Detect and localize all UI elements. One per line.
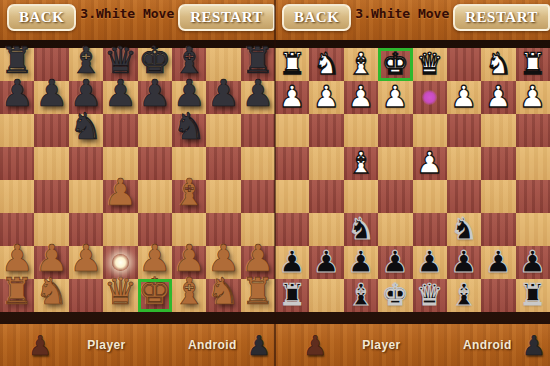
square-b7[interactable]: ♟ [34,81,68,114]
square-g2[interactable]: ♟ [309,81,343,114]
player-label: Player [87,338,125,352]
black-knight[interactable]: ♞ [172,108,205,145]
square-b6[interactable] [481,213,515,246]
square-f1[interactable]: ♝ [344,48,378,81]
square-e6[interactable] [378,213,412,246]
square-g4[interactable] [206,180,240,213]
black-pawn[interactable]: ♟ [485,247,512,277]
square-d4[interactable]: ♟ [103,180,137,213]
toolbar-left: BACK 3.White Move RESTART [0,0,275,40]
screen-divider [274,0,276,366]
black-pawn[interactable]: ♟ [313,247,340,277]
square-g4[interactable] [309,147,343,180]
restart-button[interactable]: RESTART [453,4,550,31]
white-rook[interactable]: ♜ [279,49,306,79]
square-c7[interactable]: ♟ [447,246,481,279]
square-g3[interactable] [309,114,343,147]
square-f2[interactable]: ♟ [344,81,378,114]
player-pawn-icon: ♟ [303,332,327,359]
square-h2[interactable]: ♟ [275,81,309,114]
move-indicator-dot [112,254,129,271]
white-rook[interactable]: ♜ [241,273,274,310]
square-d7[interactable]: ♟ [103,81,137,114]
square-a7[interactable]: ♟ [0,81,34,114]
white-knight[interactable]: ♞ [313,49,340,79]
white-knight[interactable]: ♞ [35,273,68,310]
square-c1[interactable] [447,48,481,81]
chess-board-3d[interactable]: ♜♝♛♚♝♜♟♟♟♟♟♟♟♟♞♞♟♝♟♟♟♟♟♟♟♜♞♛♚♝♞♜ [0,48,275,312]
square-e2[interactable]: ♟ [378,81,412,114]
square-e8[interactable]: ♚ [378,279,412,312]
square-c6[interactable]: ♞ [69,114,103,147]
square-h5[interactable] [275,180,309,213]
white-pawn[interactable]: ♟ [279,82,306,112]
square-d8[interactable]: ♛ [413,279,447,312]
chess-board-2d[interactable]: ♜♞♝♚♛♞♜♟♟♟♟♟♟♟♝♟♞♞♟♟♟♟♟♟♟♟♜♝♚♛♝♜ [275,48,550,312]
white-bishop[interactable]: ♝ [347,148,374,178]
black-pawn[interactable]: ♟ [451,247,478,277]
square-h4[interactable] [275,147,309,180]
statusbar-right: ♟ Player Android ♟ [275,324,550,366]
square-g8[interactable] [309,279,343,312]
android-label: Android [463,338,512,352]
move-indicator-dot [422,90,437,105]
square-f5[interactable] [344,180,378,213]
square-g6[interactable] [309,213,343,246]
square-b3[interactable] [481,114,515,147]
square-a4[interactable] [0,180,34,213]
square-g5[interactable] [206,147,240,180]
white-queen[interactable]: ♛ [416,49,443,79]
square-b5[interactable] [481,180,515,213]
square-c4[interactable] [447,147,481,180]
black-knight[interactable]: ♞ [69,108,102,145]
square-e3[interactable] [378,114,412,147]
square-h7[interactable]: ♟ [241,81,275,114]
android-label: Android [188,338,237,352]
square-b8[interactable] [481,279,515,312]
square-h3[interactable] [275,114,309,147]
square-h6[interactable] [241,114,275,147]
square-b6[interactable] [34,114,68,147]
black-pawn[interactable]: ♟ [416,247,443,277]
square-e6[interactable] [138,114,172,147]
white-pawn[interactable]: ♟ [485,82,512,112]
black-queen[interactable]: ♛ [416,280,443,310]
square-b4[interactable] [34,180,68,213]
square-c4[interactable] [69,180,103,213]
white-pawn[interactable]: ♟ [104,174,137,211]
board-frame-left: ♜♝♛♚♝♜♟♟♟♟♟♟♟♟♞♞♟♝♟♟♟♟♟♟♟♜♞♛♚♝♞♜ [0,40,275,324]
white-bishop[interactable]: ♝ [172,174,205,211]
square-h6[interactable] [275,213,309,246]
square-h8[interactable]: ♜ [275,279,309,312]
square-h7[interactable]: ♟ [275,246,309,279]
square-b2[interactable]: ♟ [481,81,515,114]
android-pawn-icon: ♟ [522,332,546,359]
white-rook[interactable]: ♜ [519,49,546,79]
square-e7[interactable]: ♟ [378,246,412,279]
black-bishop[interactable]: ♝ [347,280,374,310]
square-c2[interactable]: ♟ [447,81,481,114]
square-d5[interactable] [413,180,447,213]
black-knight[interactable]: ♞ [347,214,374,244]
android-pawn-icon: ♟ [247,332,271,359]
square-f1[interactable]: ♝ [172,279,206,312]
black-pawn[interactable]: ♟ [138,75,171,112]
square-c3[interactable] [447,114,481,147]
move-status-text: 3.White Move [76,6,178,21]
restart-button[interactable]: RESTART [178,4,275,31]
white-knight[interactable]: ♞ [485,49,512,79]
white-pawn[interactable]: ♟ [69,240,102,277]
square-f4[interactable]: ♝ [172,180,206,213]
square-f6[interactable]: ♞ [344,213,378,246]
black-pawn[interactable]: ♟ [279,247,306,277]
square-d7[interactable]: ♟ [413,246,447,279]
black-king[interactable]: ♚ [382,280,409,310]
square-e7[interactable]: ♟ [138,81,172,114]
square-c5[interactable] [69,147,103,180]
square-g5[interactable] [309,180,343,213]
square-g6[interactable] [206,114,240,147]
black-pawn[interactable]: ♟ [347,247,374,277]
white-pawn[interactable]: ♟ [347,82,374,112]
square-f6[interactable]: ♞ [172,114,206,147]
white-queen[interactable]: ♛ [104,273,137,310]
square-e1[interactable]: ♚ [138,279,172,312]
square-d6[interactable] [413,213,447,246]
square-d1[interactable]: ♛ [103,279,137,312]
player-pawn-icon: ♟ [28,332,52,359]
square-e1[interactable]: ♚ [378,48,412,81]
square-b1[interactable]: ♞ [481,48,515,81]
black-rook[interactable]: ♜ [519,280,546,310]
black-pawn[interactable]: ♟ [241,75,274,112]
square-f4[interactable]: ♝ [344,147,378,180]
square-b1[interactable]: ♞ [34,279,68,312]
statusbar-left: ♟ Player Android ♟ [0,324,275,366]
back-button[interactable]: BACK [7,4,76,31]
square-d4[interactable]: ♟ [413,147,447,180]
square-g7[interactable]: ♟ [206,81,240,114]
square-b7[interactable]: ♟ [481,246,515,279]
square-e4[interactable] [138,180,172,213]
square-d1[interactable]: ♛ [413,48,447,81]
square-f3[interactable] [344,114,378,147]
white-pawn[interactable]: ♟ [519,82,546,112]
square-b4[interactable] [481,147,515,180]
square-a6[interactable] [0,114,34,147]
square-a2[interactable]: ♟ [516,81,550,114]
square-c2[interactable]: ♟ [69,246,103,279]
player-label: Player [362,338,400,352]
black-pawn[interactable]: ♟ [1,75,34,112]
square-a5[interactable] [516,180,550,213]
black-rook[interactable]: ♜ [279,280,306,310]
square-e5[interactable] [138,147,172,180]
square-g1[interactable]: ♞ [309,48,343,81]
white-rook[interactable]: ♜ [1,273,34,310]
square-d6[interactable] [103,114,137,147]
square-b5[interactable] [34,147,68,180]
square-g7[interactable]: ♟ [309,246,343,279]
white-pawn[interactable]: ♟ [451,82,478,112]
square-a7[interactable]: ♟ [516,246,550,279]
square-g1[interactable]: ♞ [206,279,240,312]
square-a4[interactable] [516,147,550,180]
white-bishop[interactable]: ♝ [347,49,374,79]
square-h1[interactable]: ♜ [275,48,309,81]
square-f7[interactable]: ♟ [344,246,378,279]
square-e5[interactable] [378,180,412,213]
square-a1[interactable]: ♜ [516,48,550,81]
square-c8[interactable]: ♝ [447,279,481,312]
black-pawn[interactable]: ♟ [104,75,137,112]
square-c6[interactable]: ♞ [447,213,481,246]
square-d3[interactable] [413,114,447,147]
square-h1[interactable]: ♜ [241,279,275,312]
board-frame-right: ♜♞♝♚♛♞♜♟♟♟♟♟♟♟♝♟♞♞♟♟♟♟♟♟♟♟♜♝♚♛♝♜ [275,40,550,324]
square-d2[interactable] [413,81,447,114]
black-bishop[interactable]: ♝ [451,280,478,310]
square-h4[interactable] [241,180,275,213]
panel-right: BACK 3.White Move RESTART ♜♞♝♚♛♞♜♟♟♟♟♟♟♟… [275,0,550,366]
square-a1[interactable]: ♜ [0,279,34,312]
white-bishop[interactable]: ♝ [172,273,205,310]
square-a3[interactable] [516,114,550,147]
square-a8[interactable]: ♜ [516,279,550,312]
black-knight[interactable]: ♞ [451,214,478,244]
square-d3[interactable] [103,213,137,246]
white-knight[interactable]: ♞ [207,273,240,310]
white-pawn[interactable]: ♟ [382,82,409,112]
white-pawn[interactable]: ♟ [416,148,443,178]
chess-app-screens: BACK 3.White Move RESTART ♜♝♛♚♝♜♟♟♟♟♟♟♟♟… [0,0,550,366]
back-button[interactable]: BACK [282,4,351,31]
black-pawn[interactable]: ♟ [207,75,240,112]
square-a5[interactable] [0,147,34,180]
square-e4[interactable] [378,147,412,180]
square-c1[interactable] [69,279,103,312]
panel-left: BACK 3.White Move RESTART ♜♝♛♚♝♜♟♟♟♟♟♟♟♟… [0,0,275,366]
black-pawn[interactable]: ♟ [519,247,546,277]
white-king[interactable]: ♚ [138,273,171,310]
square-h5[interactable] [241,147,275,180]
square-a6[interactable] [516,213,550,246]
white-pawn[interactable]: ♟ [313,82,340,112]
black-pawn[interactable]: ♟ [382,247,409,277]
move-status-text: 3.White Move [351,6,453,21]
toolbar-right: BACK 3.White Move RESTART [275,0,550,40]
square-f8[interactable]: ♝ [344,279,378,312]
square-c5[interactable] [447,180,481,213]
black-pawn[interactable]: ♟ [35,75,68,112]
white-king[interactable]: ♚ [382,49,409,79]
